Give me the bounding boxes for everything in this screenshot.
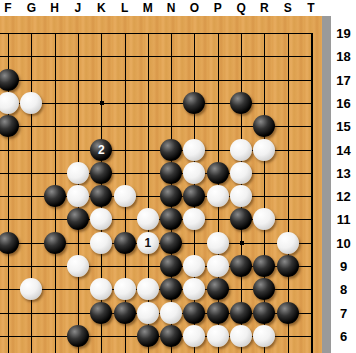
stone-white-G16[interactable] [20,92,42,114]
col-label-G: G [27,0,36,16]
stone-white-O9[interactable] [183,255,205,277]
stone-black-J6[interactable] [67,325,89,347]
col-label-M: M [143,0,153,16]
row-label-19: 19 [331,26,356,41]
stone-white-O14[interactable] [183,139,205,161]
stone-white-J13[interactable] [67,162,89,184]
star-point-K16 [100,101,104,105]
go-board[interactable] [0,16,322,353]
stone-black-N11[interactable] [160,208,182,230]
stone-white-R6[interactable] [253,325,275,347]
col-label-Q: Q [236,0,245,16]
col-label-S: S [284,0,292,16]
stone-white-O6[interactable] [183,325,205,347]
stone-white-M8[interactable] [137,278,159,300]
grid-vline-T [311,33,313,353]
stone-black-R7[interactable] [253,302,275,324]
stone-black-N6[interactable] [160,325,182,347]
col-label-F: F [4,0,11,16]
col-label-K: K [97,0,106,16]
col-label-P: P [214,0,222,16]
stone-black-L7[interactable] [114,302,136,324]
stone-black-Q7[interactable] [230,302,252,324]
stone-white-M10[interactable]: 1 [137,232,159,254]
stone-white-Q14[interactable] [230,139,252,161]
stone-black-L10[interactable] [114,232,136,254]
stone-black-K7[interactable] [90,302,112,324]
stone-black-P13[interactable] [207,162,229,184]
stone-black-O16[interactable] [183,92,205,114]
stone-black-N8[interactable] [160,278,182,300]
stone-white-P6[interactable] [207,325,229,347]
stone-white-R11[interactable] [253,208,275,230]
row-label-16: 16 [331,95,356,110]
stone-black-S7[interactable] [277,302,299,324]
row-label-12: 12 [331,189,356,204]
stone-black-H12[interactable] [44,185,66,207]
col-label-H: H [50,0,59,16]
stone-white-P12[interactable] [207,185,229,207]
stone-black-K13[interactable] [90,162,112,184]
board-shadow-strip [322,16,331,353]
stone-black-O7[interactable] [183,302,205,324]
stone-white-J12[interactable] [67,185,89,207]
stone-white-J9[interactable] [67,255,89,277]
stone-black-P8[interactable] [207,278,229,300]
grid-vline-G [31,33,32,353]
row-label-13: 13 [331,165,356,180]
stone-black-K14[interactable]: 2 [90,139,112,161]
stone-black-R9[interactable] [253,255,275,277]
stone-white-S10[interactable] [277,232,299,254]
stone-white-R14[interactable] [253,139,275,161]
row-label-6: 6 [331,329,356,344]
row-label-9: 9 [331,259,356,274]
col-label-J: J [75,0,82,16]
stone-black-Q11[interactable] [230,208,252,230]
stone-white-L12[interactable] [114,185,136,207]
row-label-7: 7 [331,305,356,320]
stone-black-N10[interactable] [160,232,182,254]
col-label-O: O [190,0,199,16]
stone-white-M11[interactable] [137,208,159,230]
col-label-N: N [167,0,176,16]
stone-black-S9[interactable] [277,255,299,277]
row-label-17: 17 [331,72,356,87]
row-label-11: 11 [331,212,356,227]
stone-white-P9[interactable] [207,255,229,277]
stone-black-R15[interactable] [253,115,275,137]
stone-black-N12[interactable] [160,185,182,207]
stone-black-N14[interactable] [160,139,182,161]
star-point-Q10 [240,241,244,245]
stone-black-Q16[interactable] [230,92,252,114]
stone-white-O11[interactable] [183,208,205,230]
stone-black-R8[interactable] [253,278,275,300]
row-label-10: 10 [331,235,356,250]
stone-black-N13[interactable] [160,162,182,184]
stone-black-O12[interactable] [183,185,205,207]
stone-white-P10[interactable] [207,232,229,254]
col-label-T: T [307,0,314,16]
col-label-R: R [260,0,269,16]
stone-black-K12[interactable] [90,185,112,207]
stone-white-K11[interactable] [90,208,112,230]
stone-white-G8[interactable] [20,278,42,300]
row-label-14: 14 [331,142,356,157]
stone-white-M7[interactable] [137,302,159,324]
stone-white-O8[interactable] [183,278,205,300]
stone-white-O13[interactable] [183,162,205,184]
stone-white-Q13[interactable] [230,162,252,184]
col-label-L: L [121,0,128,16]
stone-white-Q12[interactable] [230,185,252,207]
move-label-1: 1 [145,237,152,249]
row-label-15: 15 [331,119,356,134]
stone-black-N9[interactable] [160,255,182,277]
stone-black-P7[interactable] [207,302,229,324]
row-label-18: 18 [331,49,356,64]
stone-black-M6[interactable] [137,325,159,347]
stone-white-L8[interactable] [114,278,136,300]
move-label-2: 2 [98,144,105,156]
stone-black-Q9[interactable] [230,255,252,277]
stone-white-N7[interactable] [160,302,182,324]
stone-white-K8[interactable] [90,278,112,300]
stone-white-Q6[interactable] [230,325,252,347]
go-board-screenshot: 191817161514131211109876FGHJKLMNOPQRST 2… [0,0,356,353]
row-label-8: 8 [331,282,356,297]
stone-white-K10[interactable] [90,232,112,254]
stone-black-H10[interactable] [44,232,66,254]
stone-black-J11[interactable] [67,208,89,230]
